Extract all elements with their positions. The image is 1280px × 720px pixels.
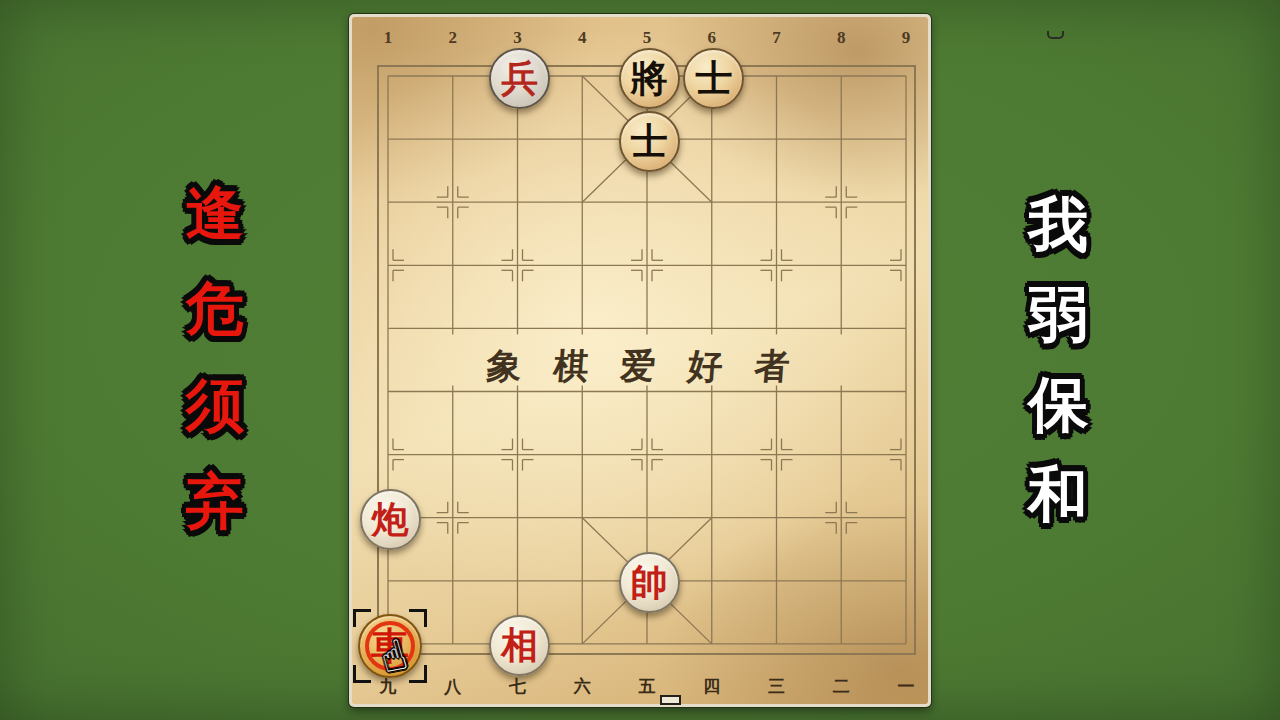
file-label-bottom: 一 — [898, 675, 915, 698]
piece-character: 兵 — [501, 60, 538, 97]
caption-char: 保 — [1028, 374, 1088, 434]
piece-character: 帥 — [631, 564, 668, 601]
caption-char: 弃 — [186, 472, 244, 530]
file-label-top: 6 — [708, 28, 717, 48]
left-caption: 逢危须弃 — [186, 184, 244, 530]
selection-bracket-tr — [409, 609, 427, 627]
file-label-bottom: 六 — [574, 675, 591, 698]
caption-char: 和 — [1028, 464, 1088, 524]
board-frame: 象棋爱好者 123456789九八七六五四三二一 兵將士士炮帥車相 — [349, 14, 931, 707]
caption-char: 逢 — [186, 184, 244, 242]
file-label-bottom: 三 — [768, 675, 785, 698]
piece-character: 士 — [695, 60, 732, 97]
file-label-top: 7 — [772, 28, 781, 48]
file-label-top: 4 — [578, 28, 587, 48]
file-label-bottom: 五 — [639, 675, 656, 698]
file-label-top: 3 — [513, 28, 522, 48]
piece-character: 士 — [631, 123, 668, 160]
selection-bracket-tl — [353, 609, 371, 627]
file-label-top: 1 — [384, 28, 393, 48]
piece-black-general[interactable]: 將 — [619, 48, 680, 109]
piece-character: 將 — [631, 60, 668, 97]
piece-red-soldier[interactable]: 兵 — [489, 48, 550, 109]
cropped-watermark-bottom — [660, 695, 681, 705]
file-label-bottom: 八 — [444, 675, 461, 698]
caption-char: 我 — [1028, 194, 1088, 254]
right-caption: 我弱保和 — [1028, 194, 1088, 524]
file-label-top: 5 — [643, 28, 652, 48]
page-background: { "game": "xiangqi", "position": { "fen"… — [0, 0, 1280, 720]
piece-black-advisor[interactable]: 士 — [619, 111, 680, 172]
file-label-top: 2 — [449, 28, 458, 48]
file-label-bottom: 七 — [509, 675, 526, 698]
selection-bracket-bl — [353, 665, 371, 683]
stage: 逢危须弃 我弱保和 象棋爱好者 123456789九八七六五四三二一 兵將士士炮… — [0, 0, 1280, 720]
file-label-top: 9 — [902, 28, 911, 48]
piece-character: 相 — [501, 627, 538, 664]
file-label-bottom: 四 — [703, 675, 720, 698]
xiangqi-board[interactable]: 象棋爱好者 123456789九八七六五四三二一 兵將士士炮帥車相 — [352, 17, 928, 704]
piece-red-elephant[interactable]: 相 — [489, 615, 550, 676]
file-label-top: 8 — [837, 28, 846, 48]
file-label-bottom: 二 — [833, 675, 850, 698]
caption-char: 弱 — [1028, 284, 1088, 344]
piece-red-general[interactable]: 帥 — [619, 552, 680, 613]
piece-character: 炮 — [372, 501, 409, 538]
caption-char: 须 — [186, 376, 244, 434]
cropped-watermark-top — [1047, 31, 1064, 39]
river-text: 象棋爱好者 — [485, 343, 823, 390]
caption-char: 危 — [186, 280, 244, 338]
piece-black-advisor[interactable]: 士 — [683, 48, 744, 109]
piece-red-cannon[interactable]: 炮 — [360, 489, 421, 550]
